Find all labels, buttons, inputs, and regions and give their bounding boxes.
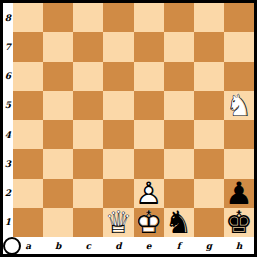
square-c1[interactable] (73, 208, 103, 237)
square-a6[interactable] (13, 62, 43, 91)
file-label-d: d (103, 237, 133, 254)
square-e7[interactable] (134, 32, 164, 61)
rank-label-4: 4 (3, 120, 13, 149)
square-c4[interactable] (73, 120, 103, 149)
square-h1[interactable]: ♚ (224, 208, 254, 237)
square-a7[interactable] (13, 32, 43, 61)
square-h5[interactable]: ♞♘ (224, 91, 254, 120)
rank-label-7: 7 (3, 32, 13, 61)
square-e5[interactable] (134, 91, 164, 120)
chess-diagram: 87654321 ♞♘♟♙♟♛♕♚♔♞♚ abcdefgh (0, 0, 257, 257)
square-d8[interactable] (103, 3, 133, 32)
white-queen-icon: ♛♕ (103, 208, 133, 237)
chess-board[interactable]: ♞♘♟♙♟♛♕♚♔♞♚ (13, 3, 254, 237)
square-g3[interactable] (194, 149, 224, 178)
file-label-f: f (164, 237, 194, 254)
white-to-move-indicator (3, 237, 21, 255)
square-f7[interactable] (164, 32, 194, 61)
file-label-g: g (194, 237, 224, 254)
square-c5[interactable] (73, 91, 103, 120)
black-knight-icon: ♞ (164, 208, 194, 237)
square-g1[interactable] (194, 208, 224, 237)
square-f1[interactable]: ♞ (164, 208, 194, 237)
file-label-c: c (73, 237, 103, 254)
square-b1[interactable] (43, 208, 73, 237)
square-b6[interactable] (43, 62, 73, 91)
rank-labels: 87654321 (3, 3, 13, 237)
file-labels: abcdefgh (13, 237, 254, 254)
square-e4[interactable] (134, 120, 164, 149)
square-h8[interactable] (224, 3, 254, 32)
square-d6[interactable] (103, 62, 133, 91)
square-c3[interactable] (73, 149, 103, 178)
square-g4[interactable] (194, 120, 224, 149)
rank-label-3: 3 (3, 149, 13, 178)
square-c8[interactable] (73, 3, 103, 32)
square-c6[interactable] (73, 62, 103, 91)
rank-label-2: 2 (3, 179, 13, 208)
square-d4[interactable] (103, 120, 133, 149)
square-g6[interactable] (194, 62, 224, 91)
rank-label-8: 8 (3, 3, 13, 32)
square-d3[interactable] (103, 149, 133, 178)
square-f6[interactable] (164, 62, 194, 91)
square-b3[interactable] (43, 149, 73, 178)
file-label-h: h (224, 237, 254, 254)
square-e1[interactable]: ♚♔ (134, 208, 164, 237)
square-a3[interactable] (13, 149, 43, 178)
square-h4[interactable] (224, 120, 254, 149)
square-g5[interactable] (194, 91, 224, 120)
square-h7[interactable] (224, 32, 254, 61)
black-king-icon: ♚ (224, 208, 254, 237)
square-d5[interactable] (103, 91, 133, 120)
rank-label-6: 6 (3, 62, 13, 91)
square-d1[interactable]: ♛♕ (103, 208, 133, 237)
square-f5[interactable] (164, 91, 194, 120)
square-g7[interactable] (194, 32, 224, 61)
square-e8[interactable] (134, 3, 164, 32)
white-king-icon: ♚♔ (134, 208, 164, 237)
square-g8[interactable] (194, 3, 224, 32)
square-c7[interactable] (73, 32, 103, 61)
square-f3[interactable] (164, 149, 194, 178)
square-b8[interactable] (43, 3, 73, 32)
square-b2[interactable] (43, 179, 73, 208)
square-e6[interactable] (134, 62, 164, 91)
square-d7[interactable] (103, 32, 133, 61)
file-label-e: e (134, 237, 164, 254)
white-knight-icon: ♞♘ (224, 91, 254, 120)
square-f8[interactable] (164, 3, 194, 32)
square-a2[interactable] (13, 179, 43, 208)
square-f4[interactable] (164, 120, 194, 149)
file-label-b: b (43, 237, 73, 254)
square-b5[interactable] (43, 91, 73, 120)
rank-label-5: 5 (3, 91, 13, 120)
square-c2[interactable] (73, 179, 103, 208)
square-a1[interactable] (13, 208, 43, 237)
rank-label-1: 1 (3, 208, 13, 237)
square-a8[interactable] (13, 3, 43, 32)
square-a4[interactable] (13, 120, 43, 149)
square-b4[interactable] (43, 120, 73, 149)
square-g2[interactable] (194, 179, 224, 208)
square-b7[interactable] (43, 32, 73, 61)
square-a5[interactable] (13, 91, 43, 120)
